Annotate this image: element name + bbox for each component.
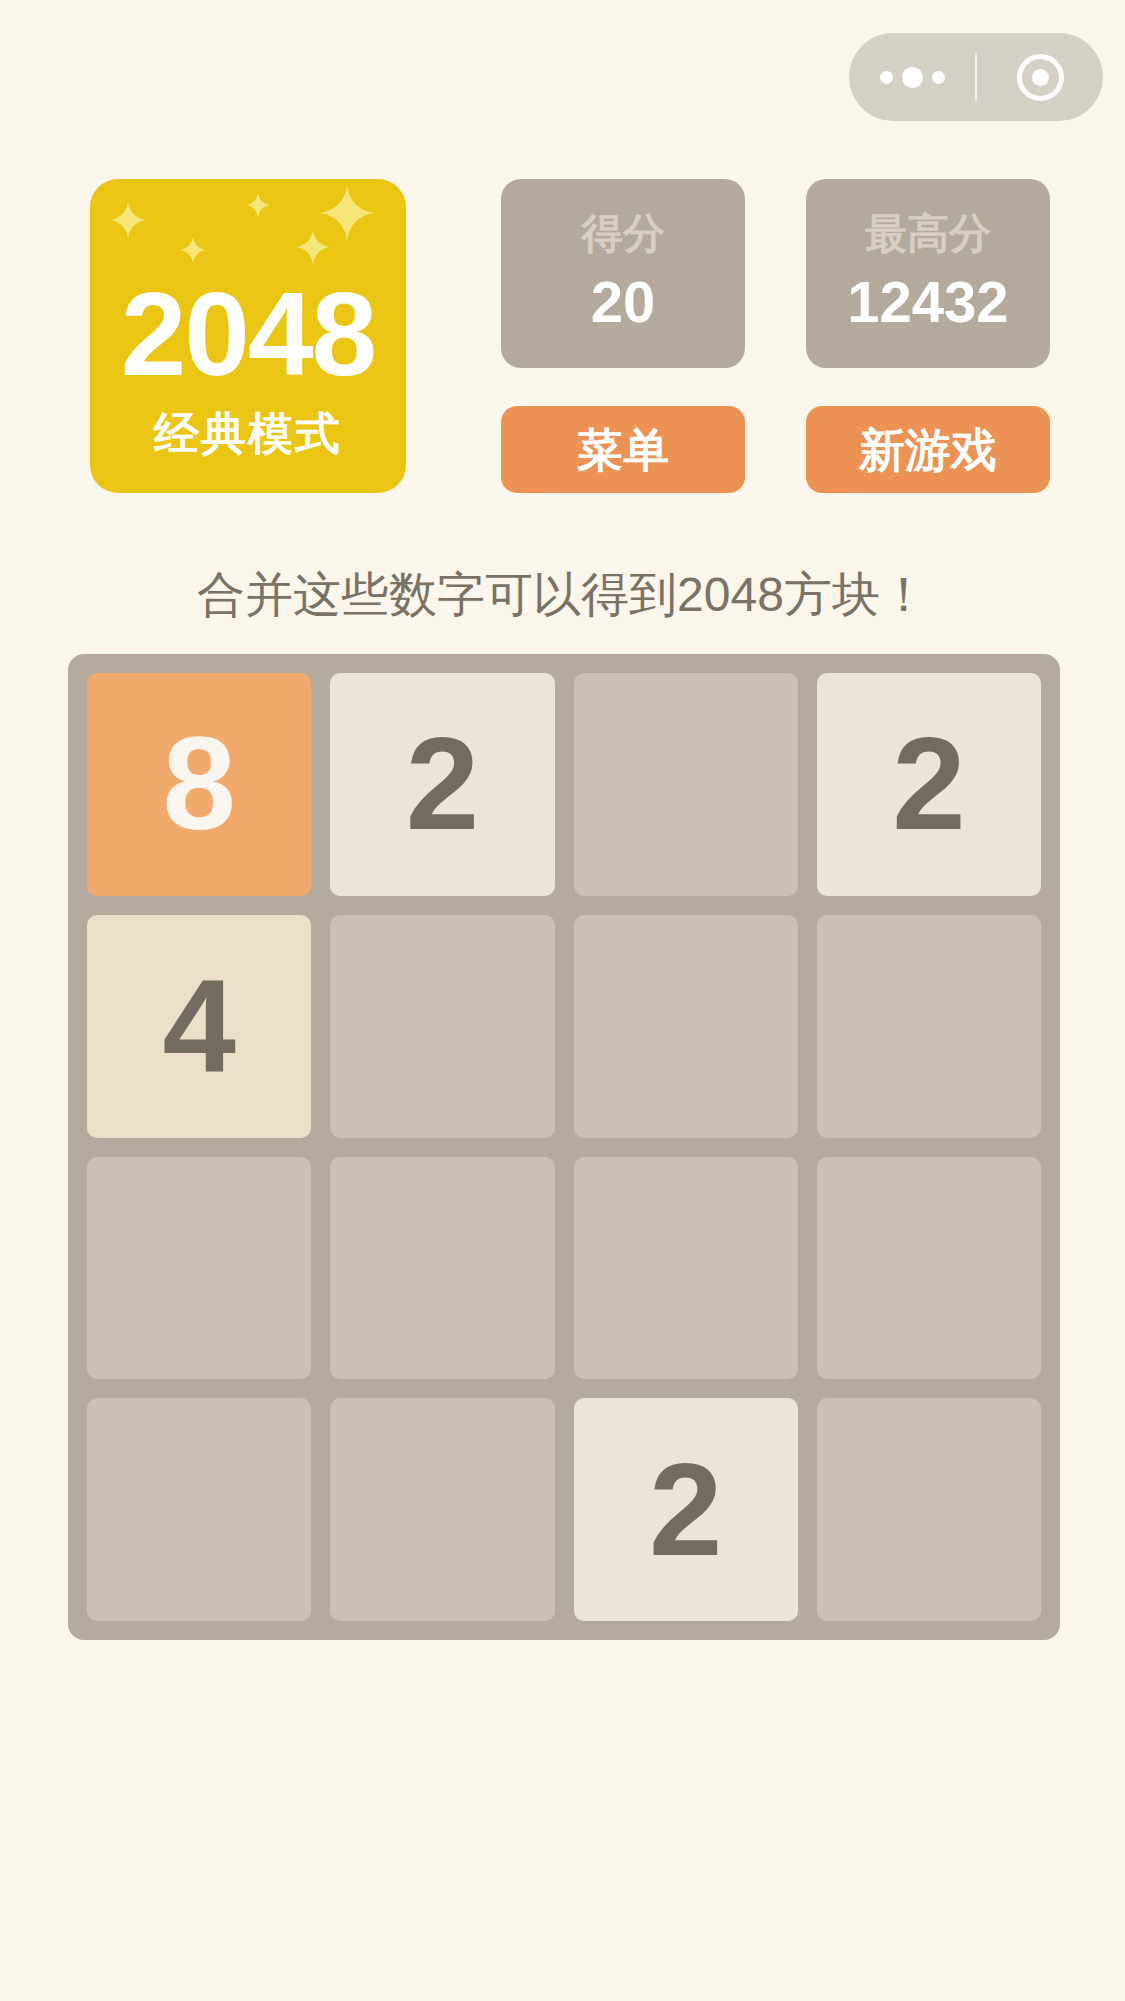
record-circle-dot <box>1032 69 1049 86</box>
cell-r4c1 <box>87 1398 311 1621</box>
score-value: 20 <box>591 273 656 331</box>
cell-r1c3 <box>574 673 798 896</box>
game-board[interactable]: 8 2 2 4 2 <box>68 654 1060 1640</box>
cell-r2c1: 4 <box>87 915 311 1138</box>
cell-r2c2 <box>330 915 554 1138</box>
page: { "game": "2048", "position": { "rows": … <box>0 0 1125 2001</box>
cell-r1c1: 8 <box>87 673 311 896</box>
ellipsis-dot <box>902 67 923 88</box>
miniprogram-capsule <box>849 33 1103 121</box>
ellipsis-icon <box>880 67 945 88</box>
board-grid: 8 2 2 4 2 <box>87 673 1041 1621</box>
best-score-value: 12432 <box>847 273 1008 331</box>
instruction-text: 合并这些数字可以得到2048方块！ <box>0 571 1125 619</box>
menu-button[interactable]: 菜单 <box>501 406 745 493</box>
ellipsis-dot <box>932 71 945 84</box>
logo-subtitle: 经典模式 <box>90 411 406 456</box>
cell-r1c2: 2 <box>330 673 554 896</box>
cell-r2c4 <box>817 915 1041 1138</box>
best-score-label: 最高分 <box>865 213 991 255</box>
cell-r3c1 <box>87 1157 311 1380</box>
cell-r2c3 <box>574 915 798 1138</box>
cell-r4c3: 2 <box>574 1398 798 1621</box>
cell-r3c4 <box>817 1157 1041 1380</box>
game-logo: 2048 经典模式 <box>90 179 406 493</box>
logo-title: 2048 <box>90 275 406 393</box>
exit-button[interactable] <box>977 33 1103 121</box>
score-box: 得分 20 <box>501 179 745 368</box>
best-score-box: 最高分 12432 <box>806 179 1050 368</box>
record-circle-icon <box>1017 54 1064 101</box>
cell-r4c4 <box>817 1398 1041 1621</box>
score-label: 得分 <box>581 213 665 255</box>
ellipsis-dot <box>880 71 893 84</box>
more-button[interactable] <box>849 33 975 121</box>
cell-r3c3 <box>574 1157 798 1380</box>
cell-r3c2 <box>330 1157 554 1380</box>
cell-r4c2 <box>330 1398 554 1621</box>
new-game-button[interactable]: 新游戏 <box>806 406 1050 493</box>
cell-r1c4: 2 <box>817 673 1041 896</box>
